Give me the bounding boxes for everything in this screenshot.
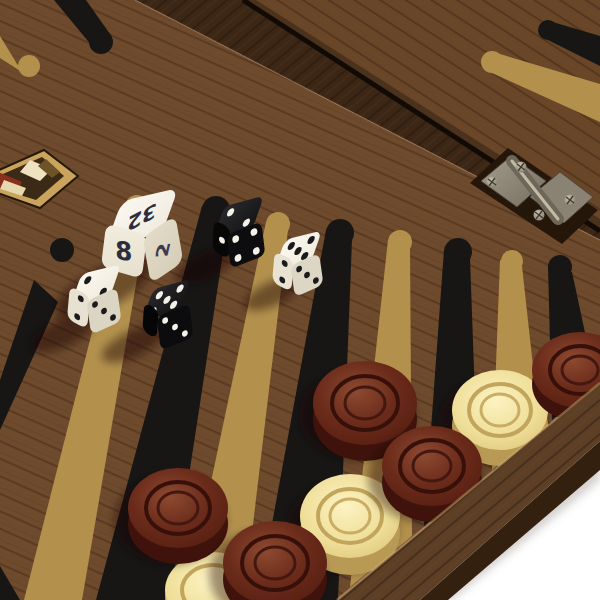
point-dark-tip xyxy=(548,255,572,279)
point-light-tip xyxy=(18,55,40,77)
point-dark-tip xyxy=(326,219,354,247)
point-dark-tip xyxy=(444,238,472,266)
black-die-2[interactable] xyxy=(141,286,195,344)
point-light-tip xyxy=(388,230,412,254)
point-dark-tip xyxy=(89,30,113,54)
doubling-cube-front-value: 8 xyxy=(115,235,133,267)
point-light-tip xyxy=(266,212,290,236)
backgammon-photo-scene: 32 8 2 xyxy=(0,0,600,600)
lid-point-dark-tip xyxy=(538,20,558,40)
point-dark-tip xyxy=(50,238,74,262)
doubling-cube-right-value: 2 xyxy=(151,241,174,258)
white-die-2[interactable] xyxy=(68,271,124,331)
black-die-1[interactable] xyxy=(211,203,269,265)
white-die-1[interactable] xyxy=(273,237,325,293)
point-light-tip xyxy=(501,250,523,272)
lid-point-light-tip xyxy=(481,51,503,73)
